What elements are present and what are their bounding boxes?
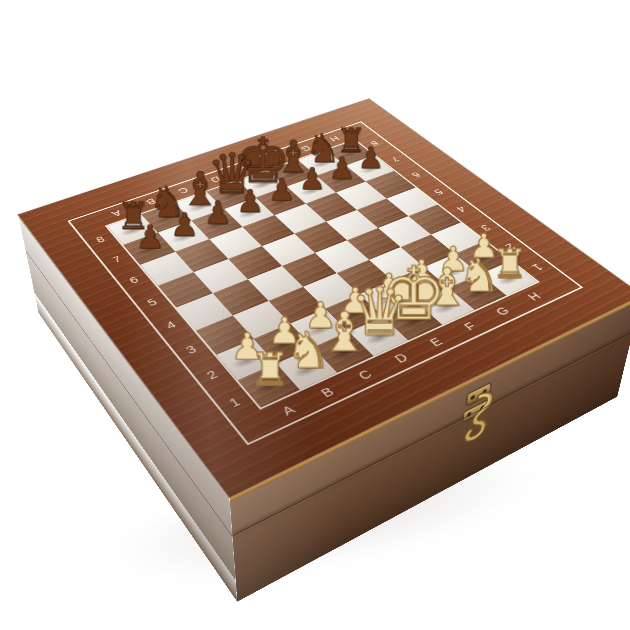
clasp-hook-icon — [448, 375, 503, 462]
scene: ABCDEFGH ABCDEFGH 87654321 87654321 ♜♞♝♛… — [0, 0, 630, 630]
chess-board-grid: ♜♞♝♛♚♝♞♜♟♟♟♟♟♟♟♟♟♟♟♟♟♟♟♟♜♞♝♛♚♝♞♜ — [105, 139, 540, 410]
clasp-latch — [448, 375, 503, 462]
black-pawn-a7: ♟ — [92, 220, 208, 253]
white-rook-a1: ♜ — [202, 346, 337, 391]
product-photo-stage: ABCDEFGH ABCDEFGH 87654321 87654321 ♜♞♝♛… — [0, 0, 630, 630]
